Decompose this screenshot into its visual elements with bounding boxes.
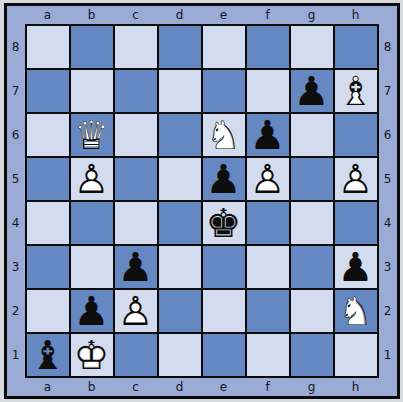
square-a3[interactable] [27, 246, 69, 288]
file-label-f: f [265, 9, 269, 21]
piece-glyph: ♘ [203, 114, 245, 156]
square-d3[interactable] [159, 246, 201, 288]
square-a5[interactable] [27, 158, 69, 200]
piece-black-pawn[interactable]: ♟ [247, 114, 289, 156]
piece-glyph: ♚ [203, 202, 245, 244]
piece-glyph: ♗ [335, 70, 377, 112]
rank-label-1: 1 [12, 349, 20, 361]
square-d5[interactable] [159, 158, 201, 200]
square-c8[interactable] [115, 26, 157, 68]
rank-labels-right: 87654321 [379, 24, 397, 378]
piece-glyph: ♟ [291, 70, 333, 112]
square-b3[interactable] [71, 246, 113, 288]
square-c6[interactable] [115, 114, 157, 156]
square-c1[interactable] [115, 334, 157, 376]
rank-label-6: 6 [12, 129, 20, 141]
piece-glyph: ♟ [203, 158, 245, 200]
square-d8[interactable] [159, 26, 201, 68]
piece-white-pawn[interactable]: ♟♙ [247, 158, 289, 200]
piece-white-pawn[interactable]: ♟♙ [115, 290, 157, 332]
rank-label-2: 2 [12, 305, 20, 317]
piece-black-pawn[interactable]: ♟ [115, 246, 157, 288]
file-label-c: c [132, 9, 139, 21]
file-label-e: e [220, 381, 227, 393]
rank-label-3: 3 [384, 261, 392, 273]
rank-label-6: 6 [384, 129, 392, 141]
square-d1[interactable] [159, 334, 201, 376]
piece-glyph: ♟ [335, 246, 377, 288]
piece-glyph: ♘ [335, 290, 377, 332]
square-d2[interactable] [159, 290, 201, 332]
piece-glyph: ♙ [335, 158, 377, 200]
page-background: abcdefgh 87654321 ♟♝♗♛♕♞♘♟♟♙♟♟♙♟♙♚♟♟♟♟♙♞… [0, 0, 403, 402]
rank-labels-left: 87654321 [7, 24, 25, 378]
square-h5[interactable]: ♟♙ [335, 158, 377, 200]
piece-white-bishop[interactable]: ♝♗ [335, 70, 377, 112]
chess-board: ♟♝♗♛♕♞♘♟♟♙♟♟♙♟♙♚♟♟♟♟♙♞♘♝♚♔ [25, 24, 379, 378]
square-e4[interactable]: ♚ [203, 202, 245, 244]
piece-black-king[interactable]: ♚ [203, 202, 245, 244]
square-f1[interactable] [247, 334, 289, 376]
square-d7[interactable] [159, 70, 201, 112]
square-a8[interactable] [27, 26, 69, 68]
piece-black-bishop[interactable]: ♝ [27, 334, 69, 376]
piece-glyph: ♝ [27, 334, 69, 376]
file-label-b: b [88, 381, 96, 393]
square-g5[interactable] [291, 158, 333, 200]
square-f3[interactable] [247, 246, 289, 288]
file-labels-bottom: abcdefgh [25, 378, 379, 396]
rank-label-7: 7 [384, 85, 392, 97]
square-h6[interactable] [335, 114, 377, 156]
square-b8[interactable] [71, 26, 113, 68]
square-c2[interactable]: ♟♙ [115, 290, 157, 332]
rank-label-7: 7 [12, 85, 20, 97]
piece-black-pawn[interactable]: ♟ [335, 246, 377, 288]
file-labels-top: abcdefgh [25, 6, 379, 24]
square-e1[interactable] [203, 334, 245, 376]
piece-glyph: ♕ [71, 114, 113, 156]
square-a7[interactable] [27, 70, 69, 112]
square-g6[interactable] [291, 114, 333, 156]
square-f8[interactable] [247, 26, 289, 68]
square-h8[interactable] [335, 26, 377, 68]
file-label-g: g [308, 381, 316, 393]
square-g3[interactable] [291, 246, 333, 288]
piece-glyph: ♟ [71, 290, 113, 332]
file-label-d: d [176, 9, 184, 21]
square-a1[interactable]: ♝ [27, 334, 69, 376]
file-label-d: d [176, 381, 184, 393]
square-f2[interactable] [247, 290, 289, 332]
square-g7[interactable]: ♟ [291, 70, 333, 112]
square-h3[interactable]: ♟ [335, 246, 377, 288]
square-c7[interactable] [115, 70, 157, 112]
square-b4[interactable] [71, 202, 113, 244]
piece-black-pawn[interactable]: ♟ [291, 70, 333, 112]
piece-white-pawn[interactable]: ♟♙ [71, 158, 113, 200]
square-g2[interactable] [291, 290, 333, 332]
piece-glyph: ♙ [115, 290, 157, 332]
square-h2[interactable]: ♞♘ [335, 290, 377, 332]
square-e5[interactable]: ♟ [203, 158, 245, 200]
square-d6[interactable] [159, 114, 201, 156]
file-label-a: a [44, 9, 51, 21]
piece-glyph: ♟ [115, 246, 157, 288]
square-e6[interactable]: ♞♘ [203, 114, 245, 156]
file-label-h: h [352, 381, 360, 393]
square-b1[interactable]: ♚♔ [71, 334, 113, 376]
square-b2[interactable]: ♟ [71, 290, 113, 332]
square-h1[interactable] [335, 334, 377, 376]
rank-label-2: 2 [384, 305, 392, 317]
piece-white-queen[interactable]: ♛♕ [71, 114, 113, 156]
piece-white-knight[interactable]: ♞♘ [335, 290, 377, 332]
rank-label-3: 3 [12, 261, 20, 273]
square-d4[interactable] [159, 202, 201, 244]
square-c4[interactable] [115, 202, 157, 244]
file-label-h: h [352, 9, 360, 21]
square-f5[interactable]: ♟♙ [247, 158, 289, 200]
piece-black-pawn[interactable]: ♟ [203, 158, 245, 200]
square-b7[interactable] [71, 70, 113, 112]
rank-label-1: 1 [384, 349, 392, 361]
file-label-a: a [44, 381, 51, 393]
square-g4[interactable] [291, 202, 333, 244]
piece-glyph: ♟ [247, 114, 289, 156]
square-e8[interactable] [203, 26, 245, 68]
piece-glyph: ♙ [247, 158, 289, 200]
file-label-e: e [220, 9, 227, 21]
square-e3[interactable] [203, 246, 245, 288]
rank-label-5: 5 [384, 173, 392, 185]
square-f4[interactable] [247, 202, 289, 244]
square-f7[interactable] [247, 70, 289, 112]
square-e2[interactable] [203, 290, 245, 332]
square-c5[interactable] [115, 158, 157, 200]
square-h7[interactable]: ♝♗ [335, 70, 377, 112]
square-g1[interactable] [291, 334, 333, 376]
piece-white-pawn[interactable]: ♟♙ [335, 158, 377, 200]
piece-glyph: ♔ [71, 334, 113, 376]
square-a2[interactable] [27, 290, 69, 332]
file-label-c: c [132, 381, 139, 393]
piece-glyph: ♙ [71, 158, 113, 200]
square-h4[interactable] [335, 202, 377, 244]
rank-label-4: 4 [384, 217, 392, 229]
rank-label-5: 5 [12, 173, 20, 185]
piece-black-pawn[interactable]: ♟ [71, 290, 113, 332]
square-c3[interactable]: ♟ [115, 246, 157, 288]
file-label-b: b [88, 9, 96, 21]
piece-white-king[interactable]: ♚♔ [71, 334, 113, 376]
square-b5[interactable]: ♟♙ [71, 158, 113, 200]
square-g8[interactable] [291, 26, 333, 68]
file-label-g: g [308, 9, 316, 21]
square-a4[interactable] [27, 202, 69, 244]
square-e7[interactable] [203, 70, 245, 112]
rank-label-8: 8 [12, 41, 20, 53]
chess-board-frame: abcdefgh 87654321 ♟♝♗♛♕♞♘♟♟♙♟♟♙♟♙♚♟♟♟♟♙♞… [4, 3, 400, 399]
square-a6[interactable] [27, 114, 69, 156]
square-f6[interactable]: ♟ [247, 114, 289, 156]
file-label-f: f [265, 381, 269, 393]
rank-label-4: 4 [12, 217, 20, 229]
piece-white-knight[interactable]: ♞♘ [203, 114, 245, 156]
rank-label-8: 8 [384, 41, 392, 53]
square-b6[interactable]: ♛♕ [71, 114, 113, 156]
